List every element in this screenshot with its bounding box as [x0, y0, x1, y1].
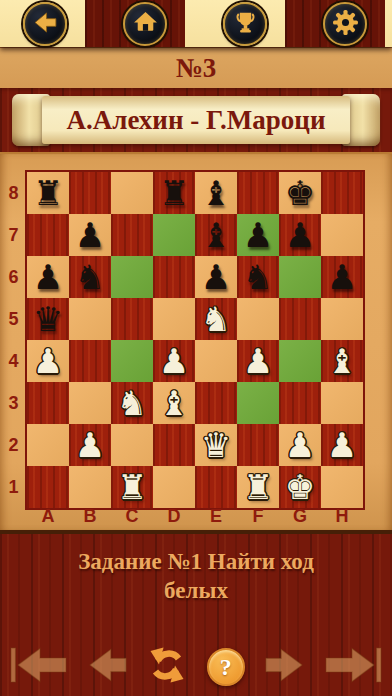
- chessboard-frame: 87654321 ♜♜♝♚♟♝♟♟♟♞♟♞♟♛♞♟♟♟♝♞♝♟♛♟♟♜♜♚ AB…: [0, 152, 392, 534]
- square-c7[interactable]: [111, 214, 153, 256]
- rank-labels: 87654321: [0, 172, 27, 508]
- black-knight-piece: ♞: [69, 256, 111, 298]
- square-b7[interactable]: ♟: [69, 214, 111, 256]
- file-label-C: C: [111, 503, 153, 530]
- square-d6[interactable]: [153, 256, 195, 298]
- square-c1[interactable]: ♜: [111, 466, 153, 508]
- white-knight-piece: ♞: [111, 382, 153, 424]
- white-queen-piece: ♛: [195, 424, 237, 466]
- square-a2[interactable]: [27, 424, 69, 466]
- square-c2[interactable]: [111, 424, 153, 466]
- black-bishop-piece: ♝: [195, 214, 237, 256]
- puzzle-number-band: №3: [0, 47, 392, 88]
- rank-label-7: 7: [0, 214, 27, 256]
- topbar-bg-segment: [385, 0, 392, 47]
- first-icon: [10, 645, 68, 689]
- file-label-F: F: [237, 503, 279, 530]
- square-a7[interactable]: [27, 214, 69, 256]
- square-d2[interactable]: [153, 424, 195, 466]
- settings-button[interactable]: [323, 2, 367, 46]
- file-labels: ABCDEFGH: [27, 503, 363, 530]
- square-d8[interactable]: ♜: [153, 172, 195, 214]
- square-d4[interactable]: ♟: [153, 340, 195, 382]
- black-pawn-piece: ♟: [321, 256, 363, 298]
- white-rook-piece: ♜: [237, 466, 279, 508]
- white-bishop-piece: ♝: [321, 340, 363, 382]
- white-rook-piece: ♜: [111, 466, 153, 508]
- file-label-D: D: [153, 503, 195, 530]
- square-f2[interactable]: [237, 424, 279, 466]
- square-d1[interactable]: [153, 466, 195, 508]
- black-king-piece: ♚: [279, 172, 321, 214]
- square-h8[interactable]: [321, 172, 363, 214]
- square-d3[interactable]: ♝: [153, 382, 195, 424]
- white-pawn-piece: ♟: [27, 340, 69, 382]
- square-f1[interactable]: ♜: [237, 466, 279, 508]
- square-e8[interactable]: ♝: [195, 172, 237, 214]
- refresh-icon: [147, 645, 187, 689]
- white-pawn-piece: ♟: [69, 424, 111, 466]
- file-label-E: E: [195, 503, 237, 530]
- question-mark-label: ?: [220, 654, 232, 681]
- square-f8[interactable]: [237, 172, 279, 214]
- last-icon: [324, 645, 382, 689]
- square-c8[interactable]: [111, 172, 153, 214]
- trophy-button[interactable]: [223, 2, 267, 46]
- rank-label-3: 3: [0, 382, 27, 424]
- square-h6[interactable]: ♟: [321, 256, 363, 298]
- black-queen-piece: ♛: [27, 298, 69, 340]
- white-knight-piece: ♞: [195, 298, 237, 340]
- square-f5[interactable]: [237, 298, 279, 340]
- file-label-G: G: [279, 503, 321, 530]
- square-g7[interactable]: ♟: [279, 214, 321, 256]
- home-button[interactable]: [123, 2, 167, 46]
- square-g1[interactable]: ♚: [279, 466, 321, 508]
- rank-label-4: 4: [0, 340, 27, 382]
- last-puzzle-button[interactable]: [324, 645, 382, 689]
- players-banner: А.Алехин - Г.Мароци: [12, 94, 380, 146]
- previous-move-button[interactable]: [88, 645, 128, 689]
- square-b6[interactable]: ♞: [69, 256, 111, 298]
- square-g5[interactable]: [279, 298, 321, 340]
- square-b1[interactable]: [69, 466, 111, 508]
- previous-icon: [88, 645, 128, 689]
- square-b4[interactable]: [69, 340, 111, 382]
- top-toolbar: [0, 0, 392, 47]
- square-c4[interactable]: [111, 340, 153, 382]
- square-a5[interactable]: ♛: [27, 298, 69, 340]
- square-e7[interactable]: ♝: [195, 214, 237, 256]
- black-rook-piece: ♜: [153, 172, 195, 214]
- square-e4[interactable]: [195, 340, 237, 382]
- white-king-piece: ♚: [279, 466, 321, 508]
- app-screen: №3 А.Алехин - Г.Мароци 87654321 ♜♜♝♚♟♝♟♟…: [0, 0, 392, 696]
- white-pawn-piece: ♟: [279, 424, 321, 466]
- square-b3[interactable]: [69, 382, 111, 424]
- square-c5[interactable]: [111, 298, 153, 340]
- white-pawn-piece: ♟: [153, 340, 195, 382]
- square-a1[interactable]: [27, 466, 69, 508]
- square-e1[interactable]: [195, 466, 237, 508]
- square-g6[interactable]: [279, 256, 321, 298]
- black-pawn-piece: ♟: [69, 214, 111, 256]
- square-h7[interactable]: [321, 214, 363, 256]
- back-button[interactable]: [23, 2, 67, 46]
- square-h1[interactable]: [321, 466, 363, 508]
- board-grid: ♜♜♝♚♟♝♟♟♟♞♟♞♟♛♞♟♟♟♝♞♝♟♛♟♟♜♜♚: [27, 172, 363, 508]
- square-g8[interactable]: ♚: [279, 172, 321, 214]
- bottom-navbar: ?: [0, 645, 392, 689]
- trophy-icon: [232, 9, 259, 40]
- black-rook-piece: ♜: [27, 172, 69, 214]
- rank-label-2: 2: [0, 424, 27, 466]
- square-h5[interactable]: [321, 298, 363, 340]
- square-h4[interactable]: ♝: [321, 340, 363, 382]
- square-e6[interactable]: ♟: [195, 256, 237, 298]
- black-pawn-piece: ♟: [195, 256, 237, 298]
- square-a8[interactable]: ♜: [27, 172, 69, 214]
- hint-button[interactable]: ?: [207, 648, 245, 686]
- first-puzzle-button[interactable]: [10, 645, 68, 689]
- task-caption: Задание №1 Найти ход белых: [26, 547, 366, 605]
- square-a6[interactable]: ♟: [27, 256, 69, 298]
- task-caption-line1: Задание №1 Найти ход: [26, 547, 366, 576]
- restart-button[interactable]: [147, 645, 187, 689]
- gear-icon: [332, 9, 359, 40]
- square-f6[interactable]: ♞: [237, 256, 279, 298]
- square-f3[interactable]: [237, 382, 279, 424]
- square-g3[interactable]: [279, 382, 321, 424]
- puzzle-number: №3: [176, 53, 217, 83]
- square-e3[interactable]: [195, 382, 237, 424]
- rank-label-6: 6: [0, 256, 27, 298]
- square-d7[interactable]: [153, 214, 195, 256]
- home-icon: [132, 9, 159, 40]
- black-pawn-piece: ♟: [279, 214, 321, 256]
- black-pawn-piece: ♟: [27, 256, 69, 298]
- next-icon: [264, 645, 304, 689]
- square-h2[interactable]: ♟: [321, 424, 363, 466]
- square-h3[interactable]: [321, 382, 363, 424]
- square-g4[interactable]: [279, 340, 321, 382]
- white-pawn-piece: ♟: [321, 424, 363, 466]
- task-caption-line2: белых: [26, 576, 366, 605]
- square-f7[interactable]: ♟: [237, 214, 279, 256]
- white-bishop-piece: ♝: [153, 382, 195, 424]
- players-names: А.Алехин - Г.Мароци: [12, 94, 380, 146]
- black-bishop-piece: ♝: [195, 172, 237, 214]
- square-d5[interactable]: [153, 298, 195, 340]
- black-knight-piece: ♞: [237, 256, 279, 298]
- square-a3[interactable]: [27, 382, 69, 424]
- black-pawn-piece: ♟: [237, 214, 279, 256]
- square-f4[interactable]: ♟: [237, 340, 279, 382]
- rank-label-8: 8: [0, 172, 27, 214]
- square-b2[interactable]: ♟: [69, 424, 111, 466]
- file-label-A: A: [27, 503, 69, 530]
- back-arrow-icon: [32, 9, 59, 40]
- square-a4[interactable]: ♟: [27, 340, 69, 382]
- square-e5[interactable]: ♞: [195, 298, 237, 340]
- square-e2[interactable]: ♛: [195, 424, 237, 466]
- square-c6[interactable]: [111, 256, 153, 298]
- file-label-H: H: [321, 503, 363, 530]
- square-g2[interactable]: ♟: [279, 424, 321, 466]
- file-label-B: B: [69, 503, 111, 530]
- square-b8[interactable]: [69, 172, 111, 214]
- rank-label-5: 5: [0, 298, 27, 340]
- white-pawn-piece: ♟: [237, 340, 279, 382]
- next-move-button[interactable]: [264, 645, 304, 689]
- rank-label-1: 1: [0, 466, 27, 508]
- square-b5[interactable]: [69, 298, 111, 340]
- square-c3[interactable]: ♞: [111, 382, 153, 424]
